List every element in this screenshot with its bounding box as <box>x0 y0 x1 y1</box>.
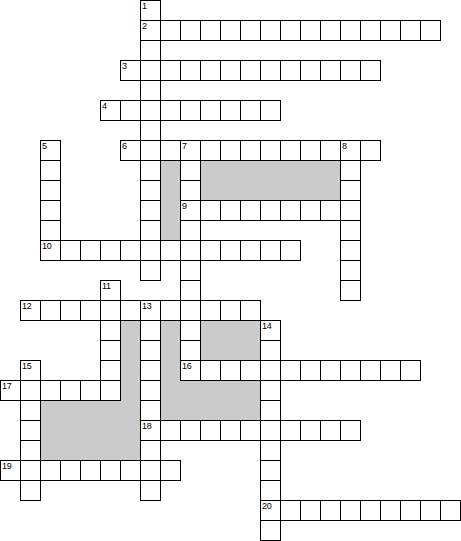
cell-r16-c9[interactable] <box>180 320 201 341</box>
cell-r22-c13[interactable] <box>260 440 281 461</box>
cell-r19-c0[interactable]: 17 <box>0 380 21 401</box>
cell-r7-c9[interactable]: 7 <box>180 140 201 161</box>
cell-r7-c11[interactable] <box>220 140 241 161</box>
cell-r1-c13[interactable] <box>260 20 281 41</box>
clue-number: 2 <box>142 21 147 31</box>
cell-r17-c9[interactable] <box>180 340 201 361</box>
cell-r5-c9[interactable] <box>180 100 201 121</box>
cell-r3-c12[interactable] <box>240 60 261 81</box>
cell-r18-c10[interactable] <box>200 360 221 381</box>
cell-r1-c11[interactable] <box>220 20 241 41</box>
cell-r9-c7[interactable] <box>140 180 161 201</box>
clue-number: 10 <box>42 241 51 251</box>
cell-r18-c1[interactable]: 15 <box>20 360 41 381</box>
cell-r21-c10[interactable] <box>200 420 221 441</box>
cell-r23-c1[interactable] <box>20 460 41 481</box>
cell-r25-c16[interactable] <box>320 500 341 521</box>
blocked-region <box>200 320 261 361</box>
cell-r10-c11[interactable] <box>220 200 241 221</box>
blocked-region <box>160 160 181 241</box>
clue-number: 7 <box>182 141 187 151</box>
cell-r1-c21[interactable] <box>420 20 441 41</box>
cell-r24-c7[interactable] <box>140 480 161 501</box>
cell-r8-c9[interactable] <box>180 160 201 181</box>
cell-r12-c6[interactable] <box>120 240 141 261</box>
cell-r18-c5[interactable] <box>100 360 121 381</box>
cell-r3-c15[interactable] <box>300 60 321 81</box>
cell-r12-c3[interactable] <box>60 240 81 261</box>
cell-r0-c7[interactable]: 1 <box>140 0 161 21</box>
cell-r11-c2[interactable] <box>40 220 61 241</box>
clue-number: 19 <box>2 461 11 471</box>
clue-number: 1 <box>142 1 147 11</box>
clue-number: 13 <box>142 301 151 311</box>
clue-number: 20 <box>262 501 271 511</box>
cell-r22-c1[interactable] <box>20 440 41 461</box>
cell-r16-c7[interactable] <box>140 320 161 341</box>
cell-r21-c9[interactable] <box>180 420 201 441</box>
cell-r9-c9[interactable] <box>180 180 201 201</box>
cell-r5-c5[interactable]: 4 <box>100 100 121 121</box>
cell-r12-c4[interactable] <box>80 240 101 261</box>
cell-r15-c6[interactable] <box>120 300 141 321</box>
cell-r15-c11[interactable] <box>220 300 241 321</box>
cell-r25-c22[interactable] <box>440 500 461 521</box>
cell-r21-c12[interactable] <box>240 420 261 441</box>
cell-r21-c14[interactable] <box>280 420 301 441</box>
cell-r7-c6[interactable]: 6 <box>120 140 141 161</box>
cell-r3-c17[interactable] <box>340 60 361 81</box>
clue-number: 15 <box>22 361 31 371</box>
cell-r12-c8[interactable] <box>160 240 181 261</box>
cell-r3-c13[interactable] <box>260 60 281 81</box>
cell-r3-c6[interactable]: 3 <box>120 60 141 81</box>
cell-r12-c7[interactable] <box>140 240 161 261</box>
cell-r7-c8[interactable] <box>160 140 181 161</box>
clue-number: 12 <box>22 301 31 311</box>
cell-r13-c17[interactable] <box>340 260 361 281</box>
cell-r3-c9[interactable] <box>180 60 201 81</box>
clue-number: 8 <box>342 141 347 151</box>
cell-r10-c16[interactable] <box>320 200 341 221</box>
cell-r20-c1[interactable] <box>20 400 41 421</box>
cell-r10-c10[interactable] <box>200 200 221 221</box>
cell-r25-c21[interactable] <box>420 500 441 521</box>
cell-r12-c9[interactable] <box>180 240 201 261</box>
cell-r15-c4[interactable] <box>80 300 101 321</box>
cell-r7-c10[interactable] <box>200 140 221 161</box>
cell-r25-c19[interactable] <box>380 500 401 521</box>
cell-r17-c7[interactable] <box>140 340 161 361</box>
cell-r1-c14[interactable] <box>280 20 301 41</box>
cell-r10-c15[interactable] <box>300 200 321 221</box>
cell-r19-c3[interactable] <box>60 380 81 401</box>
blocked-region <box>200 160 341 201</box>
cell-r5-c12[interactable] <box>240 100 261 121</box>
cell-r12-c13[interactable] <box>260 240 281 261</box>
cell-r23-c0[interactable]: 19 <box>0 460 21 481</box>
cell-r1-c8[interactable] <box>160 20 181 41</box>
cell-r21-c1[interactable] <box>20 420 41 441</box>
cell-r18-c7[interactable] <box>140 360 161 381</box>
cell-r1-c19[interactable] <box>380 20 401 41</box>
cell-r1-c17[interactable] <box>340 20 361 41</box>
cell-r5-c6[interactable] <box>120 100 141 121</box>
cell-r19-c13[interactable] <box>260 380 281 401</box>
cell-r5-c8[interactable] <box>160 100 181 121</box>
clue-number: 6 <box>122 141 127 151</box>
cell-r18-c12[interactable] <box>240 360 261 381</box>
cell-r18-c13[interactable] <box>260 360 281 381</box>
cell-r1-c10[interactable] <box>200 20 221 41</box>
cell-r20-c7[interactable] <box>140 400 161 421</box>
cell-r1-c9[interactable] <box>180 20 201 41</box>
cell-r7-c14[interactable] <box>280 140 301 161</box>
clue-number: 17 <box>2 381 11 391</box>
cell-r15-c7[interactable]: 13 <box>140 300 161 321</box>
cell-r7-c18[interactable] <box>360 140 381 161</box>
cell-r19-c5[interactable] <box>100 380 121 401</box>
cell-r23-c2[interactable] <box>40 460 61 481</box>
cell-r15-c12[interactable] <box>240 300 261 321</box>
cell-r3-c18[interactable] <box>360 60 381 81</box>
cell-r18-c17[interactable] <box>340 360 361 381</box>
blocked-region <box>40 400 141 461</box>
cell-r25-c20[interactable] <box>400 500 421 521</box>
cell-r12-c14[interactable] <box>280 240 301 261</box>
cell-r23-c5[interactable] <box>100 460 121 481</box>
clue-number: 18 <box>142 421 151 431</box>
cell-r7-c12[interactable] <box>240 140 261 161</box>
cell-r18-c15[interactable] <box>300 360 321 381</box>
cell-r10-c13[interactable] <box>260 200 281 221</box>
cell-r25-c13[interactable]: 20 <box>260 500 281 521</box>
clue-number: 11 <box>102 281 111 291</box>
cell-r21-c13[interactable] <box>260 420 281 441</box>
cell-r23-c4[interactable] <box>80 460 101 481</box>
blocked-region <box>160 320 181 381</box>
cell-r1-c20[interactable] <box>400 20 421 41</box>
cell-r11-c9[interactable] <box>180 220 201 241</box>
clue-number: 16 <box>182 361 191 371</box>
cell-r2-c7[interactable] <box>140 40 161 61</box>
cell-r1-c7[interactable]: 2 <box>140 20 161 41</box>
cell-r5-c7[interactable] <box>140 100 161 121</box>
cell-r15-c1[interactable]: 12 <box>20 300 41 321</box>
cell-r22-c7[interactable] <box>140 440 161 461</box>
cell-r15-c3[interactable] <box>60 300 81 321</box>
cell-r23-c6[interactable] <box>120 460 141 481</box>
cell-r21-c8[interactable] <box>160 420 181 441</box>
cell-r18-c18[interactable] <box>360 360 381 381</box>
cell-r18-c20[interactable] <box>400 360 421 381</box>
cell-r3-c14[interactable] <box>280 60 301 81</box>
cell-r12-c17[interactable] <box>340 240 361 261</box>
cell-r16-c13[interactable]: 14 <box>260 320 281 341</box>
blocked-region <box>120 320 141 401</box>
cell-r10-c9[interactable]: 9 <box>180 200 201 221</box>
cell-r16-c5[interactable] <box>100 320 121 341</box>
clue-number: 3 <box>122 61 127 71</box>
cell-r18-c19[interactable] <box>380 360 401 381</box>
cell-r25-c18[interactable] <box>360 500 381 521</box>
clue-number: 5 <box>42 141 47 151</box>
clue-number: 14 <box>262 321 271 331</box>
cell-r23-c7[interactable] <box>140 460 161 481</box>
cell-r3-c11[interactable] <box>220 60 241 81</box>
cell-r1-c16[interactable] <box>320 20 341 41</box>
cell-r6-c7[interactable] <box>140 120 161 141</box>
cell-r7-c16[interactable] <box>320 140 341 161</box>
cell-r1-c15[interactable] <box>300 20 321 41</box>
cell-r24-c1[interactable] <box>20 480 41 501</box>
clue-number: 9 <box>182 201 187 211</box>
cell-r12-c5[interactable] <box>100 240 121 261</box>
blocked-region <box>160 380 261 421</box>
cell-r21-c7[interactable]: 18 <box>140 420 161 441</box>
cell-r5-c10[interactable] <box>200 100 221 121</box>
cell-r19-c4[interactable] <box>80 380 101 401</box>
cell-r12-c12[interactable] <box>240 240 261 261</box>
cell-r14-c17[interactable] <box>340 280 361 301</box>
cell-r15-c9[interactable] <box>180 300 201 321</box>
cell-r14-c5[interactable]: 11 <box>100 280 121 301</box>
cell-r18-c16[interactable] <box>320 360 341 381</box>
cell-r10-c17[interactable] <box>340 200 361 221</box>
cell-r18-c11[interactable] <box>220 360 241 381</box>
cell-r19-c7[interactable] <box>140 380 161 401</box>
cell-r15-c2[interactable] <box>40 300 61 321</box>
cell-r10-c7[interactable] <box>140 200 161 221</box>
cell-r9-c2[interactable] <box>40 180 61 201</box>
cell-r9-c17[interactable] <box>340 180 361 201</box>
cell-r13-c7[interactable] <box>140 260 161 281</box>
cell-r7-c15[interactable] <box>300 140 321 161</box>
cell-r7-c7[interactable] <box>140 140 161 161</box>
cell-r11-c7[interactable] <box>140 220 161 241</box>
cell-r3-c8[interactable] <box>160 60 181 81</box>
cell-r7-c13[interactable] <box>260 140 281 161</box>
cell-r15-c8[interactable] <box>160 300 181 321</box>
clue-number: 4 <box>102 101 107 111</box>
cell-r23-c3[interactable] <box>60 460 81 481</box>
cell-r25-c14[interactable] <box>280 500 301 521</box>
cell-r5-c13[interactable] <box>260 100 281 121</box>
cell-r3-c7[interactable] <box>140 60 161 81</box>
cell-r10-c14[interactable] <box>280 200 301 221</box>
cell-r12-c2[interactable]: 10 <box>40 240 61 261</box>
cell-r21-c17[interactable] <box>340 420 361 441</box>
cell-r17-c5[interactable] <box>100 340 121 361</box>
cell-r1-c18[interactable] <box>360 20 381 41</box>
cell-r19-c1[interactable] <box>20 380 41 401</box>
cell-r3-c10[interactable] <box>200 60 221 81</box>
cell-r15-c5[interactable] <box>100 300 121 321</box>
cell-r5-c11[interactable] <box>220 100 241 121</box>
cell-r10-c12[interactable] <box>240 200 261 221</box>
cell-r11-c17[interactable] <box>340 220 361 241</box>
cell-r25-c17[interactable] <box>340 500 361 521</box>
cell-r8-c2[interactable] <box>40 160 61 181</box>
cell-r14-c9[interactable] <box>180 280 201 301</box>
cell-r18-c9[interactable]: 16 <box>180 360 201 381</box>
cell-r23-c13[interactable] <box>260 460 281 481</box>
cell-r21-c15[interactable] <box>300 420 321 441</box>
cell-r8-c17[interactable] <box>340 160 361 181</box>
crossword-board: 1234567891011121314151617181920 <box>0 0 461 541</box>
cell-r12-c11[interactable] <box>220 240 241 261</box>
cell-r13-c9[interactable] <box>180 260 201 281</box>
cell-r26-c13[interactable] <box>260 520 281 541</box>
cell-r7-c17[interactable]: 8 <box>340 140 361 161</box>
cell-r15-c10[interactable] <box>200 300 221 321</box>
cell-r18-c14[interactable] <box>280 360 301 381</box>
cell-r1-c12[interactable] <box>240 20 261 41</box>
cell-r10-c2[interactable] <box>40 200 61 221</box>
cell-r4-c7[interactable] <box>140 80 161 101</box>
cell-r7-c2[interactable]: 5 <box>40 140 61 161</box>
cell-r21-c16[interactable] <box>320 420 341 441</box>
cell-r17-c13[interactable] <box>260 340 281 361</box>
cell-r23-c8[interactable] <box>160 460 181 481</box>
cell-r19-c2[interactable] <box>40 380 61 401</box>
cell-r24-c13[interactable] <box>260 480 281 501</box>
cell-r12-c10[interactable] <box>200 240 221 261</box>
cell-r20-c13[interactable] <box>260 400 281 421</box>
cell-r21-c11[interactable] <box>220 420 241 441</box>
cell-r25-c15[interactable] <box>300 500 321 521</box>
cell-r8-c7[interactable] <box>140 160 161 181</box>
cell-r3-c16[interactable] <box>320 60 341 81</box>
